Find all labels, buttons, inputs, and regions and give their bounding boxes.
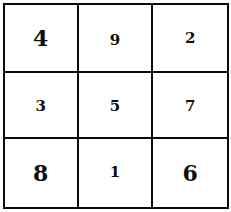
cell-r3c1: 8 bbox=[5, 139, 79, 207]
cell-r3c2: 1 bbox=[79, 139, 154, 207]
cell-value-r2c1: 3 bbox=[36, 99, 46, 114]
cell-value-r1c2: 9 bbox=[110, 33, 120, 48]
cell-r2c1: 3 bbox=[5, 73, 79, 139]
magic-square-board: 4 9 2 3 5 7 8 1 6 bbox=[3, 3, 229, 209]
cell-value-r3c3: 6 bbox=[183, 162, 198, 184]
cell-value-r2c3: 7 bbox=[185, 99, 195, 114]
cell-r1c2: 9 bbox=[79, 5, 154, 73]
cell-r1c1: 4 bbox=[5, 5, 79, 73]
cell-r1c3: 2 bbox=[153, 5, 227, 73]
cell-r3c3: 6 bbox=[153, 139, 227, 207]
cell-r2c3: 7 bbox=[153, 73, 227, 139]
cell-value-r2c2: 5 bbox=[110, 99, 120, 114]
cell-r2c2: 5 bbox=[79, 73, 154, 139]
cell-value-r3c2: 1 bbox=[110, 165, 120, 180]
cell-value-r3c1: 8 bbox=[33, 162, 48, 184]
magic-square-diagram: 4 9 2 3 5 7 8 1 6 bbox=[0, 0, 231, 212]
cell-value-r1c3: 2 bbox=[185, 31, 195, 46]
cell-value-r1c1: 4 bbox=[33, 27, 48, 49]
